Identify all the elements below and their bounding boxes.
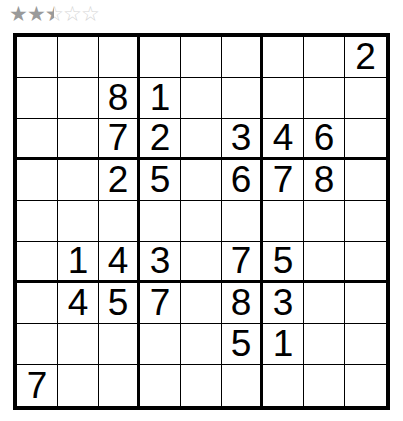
- sudoku-cell-r2c7[interactable]: [263, 78, 304, 119]
- sudoku-cell-r2c3[interactable]: 8: [99, 78, 140, 119]
- sudoku-cell-r3c5[interactable]: [181, 119, 222, 160]
- sudoku-cell-r4c5[interactable]: [181, 160, 222, 201]
- sudoku-cell-r8c1[interactable]: [17, 324, 58, 365]
- sudoku-cell-r1c2[interactable]: [58, 37, 99, 78]
- sudoku-cell-r7c5[interactable]: [181, 283, 222, 324]
- sudoku-cell-r2c5[interactable]: [181, 78, 222, 119]
- sudoku-cell-r6c5[interactable]: [181, 242, 222, 283]
- sudoku-cell-r7c3[interactable]: 5: [99, 283, 140, 324]
- sudoku-cell-r8c3[interactable]: [99, 324, 140, 365]
- sudoku-cell-r7c2[interactable]: 4: [58, 283, 99, 324]
- sudoku-cell-r3c8[interactable]: 6: [304, 119, 345, 160]
- sudoku-cell-r2c6[interactable]: [222, 78, 263, 119]
- sudoku-cell-r8c7[interactable]: 1: [263, 324, 304, 365]
- sudoku-cell-r6c3[interactable]: 4: [99, 242, 140, 283]
- star-half-icon: ☆★: [45, 2, 63, 26]
- sudoku-cell-r3c6[interactable]: 3: [222, 119, 263, 160]
- sudoku-cell-r6c9[interactable]: [345, 242, 386, 283]
- sudoku-cell-r3c4[interactable]: 2: [140, 119, 181, 160]
- sudoku-cell-r7c4[interactable]: 7: [140, 283, 181, 324]
- sudoku-cell-r1c5[interactable]: [181, 37, 222, 78]
- star-filled-icon: ★: [9, 2, 27, 26]
- sudoku-cell-r9c1[interactable]: 7: [17, 365, 58, 406]
- sudoku-cell-r7c7[interactable]: 3: [263, 283, 304, 324]
- sudoku-cell-r4c2[interactable]: [58, 160, 99, 201]
- sudoku-cell-r5c2[interactable]: [58, 201, 99, 242]
- sudoku-cell-r8c5[interactable]: [181, 324, 222, 365]
- sudoku-cell-r5c4[interactable]: [140, 201, 181, 242]
- sudoku-cell-r4c3[interactable]: 2: [99, 160, 140, 201]
- sudoku-cell-r5c1[interactable]: [17, 201, 58, 242]
- sudoku-cell-r6c1[interactable]: [17, 242, 58, 283]
- sudoku-cell-r8c2[interactable]: [58, 324, 99, 365]
- sudoku-cell-r8c6[interactable]: 5: [222, 324, 263, 365]
- sudoku-cell-r8c4[interactable]: [140, 324, 181, 365]
- sudoku-cell-r5c3[interactable]: [99, 201, 140, 242]
- sudoku-cell-r1c8[interactable]: [304, 37, 345, 78]
- sudoku-cell-r3c9[interactable]: [345, 119, 386, 160]
- difficulty-rating: ★★☆★☆☆: [9, 2, 99, 26]
- sudoku-cell-r7c6[interactable]: 8: [222, 283, 263, 324]
- sudoku-cell-r5c7[interactable]: [263, 201, 304, 242]
- sudoku-cell-r5c8[interactable]: [304, 201, 345, 242]
- sudoku-cell-r8c9[interactable]: [345, 324, 386, 365]
- sudoku-cell-r6c8[interactable]: [304, 242, 345, 283]
- sudoku-cell-r2c2[interactable]: [58, 78, 99, 119]
- sudoku-cell-r2c1[interactable]: [17, 78, 58, 119]
- sudoku-cell-r1c3[interactable]: [99, 37, 140, 78]
- sudoku-cell-r9c6[interactable]: [222, 365, 263, 406]
- sudoku-cell-r9c9[interactable]: [345, 365, 386, 406]
- sudoku-cell-r9c8[interactable]: [304, 365, 345, 406]
- sudoku-cell-r7c9[interactable]: [345, 283, 386, 324]
- sudoku-cell-r4c6[interactable]: 6: [222, 160, 263, 201]
- sudoku-cell-r5c9[interactable]: [345, 201, 386, 242]
- sudoku-grid: 28172346256781437545783517: [17, 37, 386, 406]
- star-empty-icon: ☆: [63, 2, 81, 26]
- sudoku-cell-r3c7[interactable]: 4: [263, 119, 304, 160]
- sudoku-cell-r4c9[interactable]: [345, 160, 386, 201]
- sudoku-page: ★★☆★☆☆ 28172346256781437545783517: [0, 0, 403, 421]
- sudoku-cell-r1c4[interactable]: [140, 37, 181, 78]
- sudoku-cell-r4c1[interactable]: [17, 160, 58, 201]
- sudoku-cell-r2c8[interactable]: [304, 78, 345, 119]
- sudoku-cell-r3c2[interactable]: [58, 119, 99, 160]
- star-filled-icon: ★: [27, 2, 45, 26]
- sudoku-cell-r6c6[interactable]: 7: [222, 242, 263, 283]
- sudoku-cell-r9c7[interactable]: [263, 365, 304, 406]
- sudoku-cell-r1c9[interactable]: 2: [345, 37, 386, 78]
- star-empty-icon: ☆: [81, 2, 99, 26]
- sudoku-cell-r3c3[interactable]: 7: [99, 119, 140, 160]
- sudoku-cell-r9c5[interactable]: [181, 365, 222, 406]
- sudoku-cell-r9c4[interactable]: [140, 365, 181, 406]
- sudoku-cell-r9c2[interactable]: [58, 365, 99, 406]
- sudoku-cell-r1c7[interactable]: [263, 37, 304, 78]
- sudoku-cell-r2c4[interactable]: 1: [140, 78, 181, 119]
- sudoku-cell-r4c4[interactable]: 5: [140, 160, 181, 201]
- sudoku-cell-r8c8[interactable]: [304, 324, 345, 365]
- sudoku-cell-r4c8[interactable]: 8: [304, 160, 345, 201]
- sudoku-cell-r5c5[interactable]: [181, 201, 222, 242]
- sudoku-board: 28172346256781437545783517: [13, 33, 390, 410]
- sudoku-cell-r6c2[interactable]: 1: [58, 242, 99, 283]
- sudoku-cell-r5c6[interactable]: [222, 201, 263, 242]
- sudoku-cell-r1c1[interactable]: [17, 37, 58, 78]
- sudoku-cell-r2c9[interactable]: [345, 78, 386, 119]
- sudoku-cell-r6c4[interactable]: 3: [140, 242, 181, 283]
- sudoku-cell-r1c6[interactable]: [222, 37, 263, 78]
- sudoku-cell-r7c8[interactable]: [304, 283, 345, 324]
- sudoku-cell-r6c7[interactable]: 5: [263, 242, 304, 283]
- sudoku-cell-r7c1[interactable]: [17, 283, 58, 324]
- sudoku-cell-r3c1[interactable]: [17, 119, 58, 160]
- sudoku-cell-r4c7[interactable]: 7: [263, 160, 304, 201]
- sudoku-cell-r9c3[interactable]: [99, 365, 140, 406]
